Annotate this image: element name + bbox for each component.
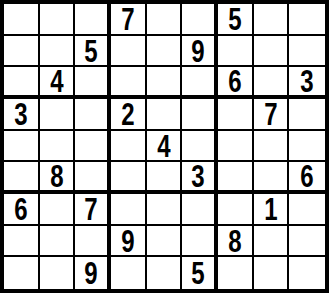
cell-r7c5[interactable] — [147, 194, 183, 226]
cell-r9c2[interactable] — [40, 257, 76, 289]
given-digit: 6 — [14, 194, 27, 225]
given-digit: 9 — [84, 257, 97, 289]
cell-r2c4[interactable] — [111, 36, 147, 68]
cell-r6c3[interactable] — [75, 162, 111, 194]
given-digit: 7 — [121, 4, 134, 35]
cell-r3c2[interactable]: 4 — [40, 67, 76, 99]
given-digit: 3 — [300, 67, 313, 97]
cell-r3c1[interactable] — [4, 67, 40, 99]
cell-r8c4[interactable]: 9 — [111, 226, 147, 258]
cell-r4c5[interactable] — [147, 99, 183, 131]
cell-r8c5[interactable] — [147, 226, 183, 258]
cell-r8c7[interactable]: 8 — [218, 226, 254, 258]
cell-r3c7[interactable]: 6 — [218, 67, 254, 99]
cell-r5c7[interactable] — [218, 131, 254, 163]
cell-r8c9[interactable] — [289, 226, 325, 258]
given-digit: 9 — [191, 36, 204, 67]
cell-r1c6[interactable] — [182, 4, 218, 36]
cell-r6c9[interactable]: 6 — [289, 162, 325, 194]
cell-r7c9[interactable] — [289, 194, 325, 226]
given-digit: 5 — [84, 36, 97, 67]
cell-r8c1[interactable] — [4, 226, 40, 258]
given-digit: 4 — [50, 67, 63, 97]
cell-r7c4[interactable] — [111, 194, 147, 226]
given-digit: 2 — [121, 99, 134, 130]
cell-r9c9[interactable] — [289, 257, 325, 289]
given-digit: 1 — [264, 194, 277, 225]
given-digit: 6 — [228, 67, 241, 97]
cell-r4c3[interactable] — [75, 99, 111, 131]
cell-r5c2[interactable] — [40, 131, 76, 163]
cell-r2c3[interactable]: 5 — [75, 36, 111, 68]
cell-r7c7[interactable] — [218, 194, 254, 226]
cell-r5c3[interactable] — [75, 131, 111, 163]
cell-r7c1[interactable]: 6 — [4, 194, 40, 226]
cell-r4c6[interactable] — [182, 99, 218, 131]
cell-r6c6[interactable]: 3 — [182, 162, 218, 194]
given-digit: 6 — [300, 162, 313, 192]
cell-r2c6[interactable]: 9 — [182, 36, 218, 68]
cell-r9c4[interactable] — [111, 257, 147, 289]
cell-r5c1[interactable] — [4, 131, 40, 163]
cell-r8c2[interactable] — [40, 226, 76, 258]
cell-r3c9[interactable]: 3 — [289, 67, 325, 99]
cell-r5c8[interactable] — [254, 131, 290, 163]
sudoku-board: 755946332748366719895 — [0, 0, 329, 293]
cell-r7c2[interactable] — [40, 194, 76, 226]
cell-r3c6[interactable] — [182, 67, 218, 99]
cell-r2c8[interactable] — [254, 36, 290, 68]
given-digit: 7 — [84, 194, 97, 225]
cell-r1c3[interactable] — [75, 4, 111, 36]
given-digit: 8 — [228, 226, 241, 257]
given-digit: 5 — [228, 4, 241, 35]
cell-r1c9[interactable] — [289, 4, 325, 36]
cell-r2c7[interactable] — [218, 36, 254, 68]
cell-r2c1[interactable] — [4, 36, 40, 68]
cell-r5c5[interactable]: 4 — [147, 131, 183, 163]
cell-r5c9[interactable] — [289, 131, 325, 163]
cell-r2c5[interactable] — [147, 36, 183, 68]
cell-r6c2[interactable]: 8 — [40, 162, 76, 194]
cell-r2c2[interactable] — [40, 36, 76, 68]
cell-r4c2[interactable] — [40, 99, 76, 131]
cell-r1c8[interactable] — [254, 4, 290, 36]
cell-r6c1[interactable] — [4, 162, 40, 194]
cell-r4c1[interactable]: 3 — [4, 99, 40, 131]
cell-r3c4[interactable] — [111, 67, 147, 99]
cell-r4c7[interactable] — [218, 99, 254, 131]
cell-r7c3[interactable]: 7 — [75, 194, 111, 226]
given-digit: 5 — [191, 257, 204, 289]
given-digit: 7 — [264, 99, 277, 130]
cell-r9c7[interactable] — [218, 257, 254, 289]
cell-r1c5[interactable] — [147, 4, 183, 36]
cell-r4c4[interactable]: 2 — [111, 99, 147, 131]
cell-r3c5[interactable] — [147, 67, 183, 99]
given-digit: 4 — [157, 131, 170, 162]
cell-r6c4[interactable] — [111, 162, 147, 194]
cell-r8c8[interactable] — [254, 226, 290, 258]
cell-r5c4[interactable] — [111, 131, 147, 163]
cell-r3c8[interactable] — [254, 67, 290, 99]
given-digit: 3 — [191, 162, 204, 192]
cell-r9c1[interactable] — [4, 257, 40, 289]
cell-r3c3[interactable] — [75, 67, 111, 99]
cell-r2c9[interactable] — [289, 36, 325, 68]
given-digit: 8 — [50, 162, 63, 192]
cell-r6c8[interactable] — [254, 162, 290, 194]
cell-r6c7[interactable] — [218, 162, 254, 194]
cell-r9c3[interactable]: 9 — [75, 257, 111, 289]
cell-r7c6[interactable] — [182, 194, 218, 226]
cell-r4c8[interactable]: 7 — [254, 99, 290, 131]
given-digit: 9 — [121, 226, 134, 257]
cell-r5c6[interactable] — [182, 131, 218, 163]
cell-r1c1[interactable] — [4, 4, 40, 36]
cell-r1c2[interactable] — [40, 4, 76, 36]
cell-r9c5[interactable] — [147, 257, 183, 289]
cell-r1c4[interactable]: 7 — [111, 4, 147, 36]
given-digit: 3 — [14, 99, 27, 130]
cell-r4c9[interactable] — [289, 99, 325, 131]
cell-r9c6[interactable]: 5 — [182, 257, 218, 289]
cell-r9c8[interactable] — [254, 257, 290, 289]
cell-r1c7[interactable]: 5 — [218, 4, 254, 36]
cell-r7c8[interactable]: 1 — [254, 194, 290, 226]
cell-r8c3[interactable] — [75, 226, 111, 258]
cell-r6c5[interactable] — [147, 162, 183, 194]
cell-r8c6[interactable] — [182, 226, 218, 258]
